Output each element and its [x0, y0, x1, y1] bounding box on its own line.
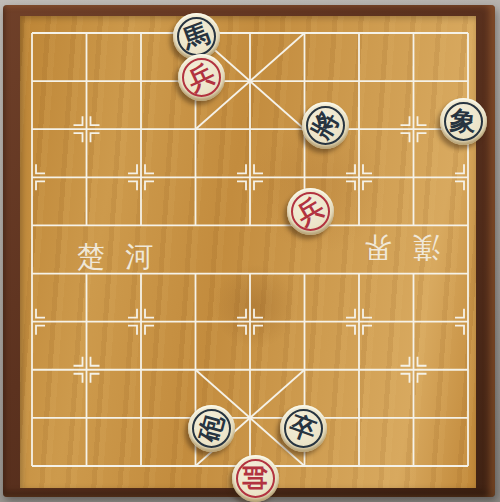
piece-character: 將: [307, 107, 343, 143]
piece-character: 砲: [195, 412, 227, 444]
piece-red-general[interactable]: 帥: [232, 455, 279, 502]
piece-black-elephant[interactable]: 象: [440, 98, 487, 145]
piece-black-general[interactable]: 將: [302, 102, 349, 149]
piece-ring: 馬: [177, 17, 216, 56]
piece-ring: 兵: [182, 58, 221, 97]
piece-character: 兵: [292, 193, 328, 229]
piece-character: 象: [449, 107, 477, 135]
piece-black-cannon[interactable]: 砲: [188, 405, 235, 452]
piece-ring: 卒: [284, 409, 323, 448]
piece-character: 兵: [184, 60, 219, 95]
board-photo: 楚河 漢界 馬兵將象兵砲卒帥: [0, 0, 500, 502]
piece-ring: 兵: [291, 192, 330, 231]
piece-ring: 象: [444, 102, 483, 141]
piece-character: 馬: [179, 19, 212, 52]
river-label-right: 漢界: [344, 231, 440, 264]
river-label-left: 楚河: [77, 240, 173, 273]
piece-black-horse[interactable]: 馬: [173, 13, 220, 60]
piece-red-soldier[interactable]: 兵: [287, 188, 334, 235]
piece-ring: 將: [306, 106, 345, 145]
piece-red-soldier[interactable]: 兵: [178, 54, 225, 101]
board-grid: 楚河 漢界: [20, 16, 476, 488]
piece-ring: 帥: [236, 459, 275, 498]
piece-ring: 砲: [192, 409, 231, 448]
piece-character: 帥: [242, 465, 268, 491]
piece-black-soldier[interactable]: 卒: [280, 405, 327, 452]
piece-character: 卒: [286, 411, 319, 444]
